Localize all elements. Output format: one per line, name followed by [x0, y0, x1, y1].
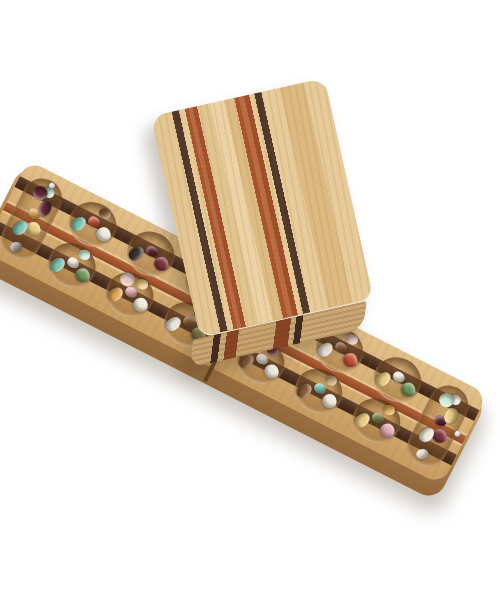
product-photo-canvas: [0, 0, 500, 600]
lid-shadow-wrap: [0, 0, 500, 600]
box-lid[interactable]: [151, 78, 379, 363]
lid-top-face: [151, 78, 374, 339]
